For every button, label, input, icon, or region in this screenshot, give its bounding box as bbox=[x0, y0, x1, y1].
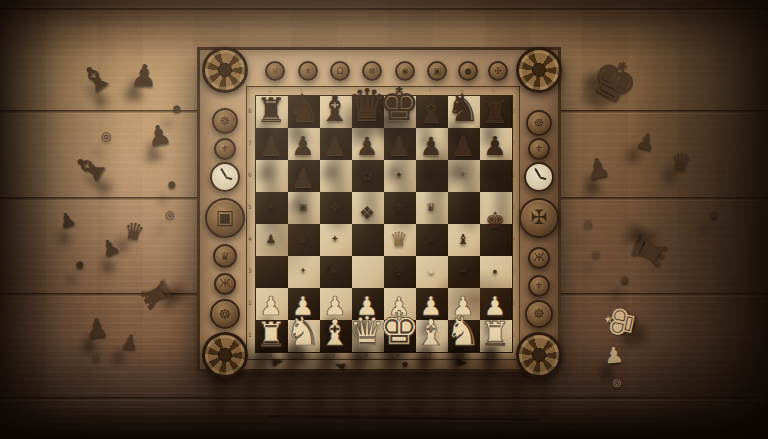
token-pale-bead-f3: ● bbox=[428, 268, 433, 274]
loose-ring: ◎ bbox=[592, 249, 601, 259]
eagle-crest-glyph: ⚜ bbox=[221, 144, 230, 154]
ring-buckle-medallion-glyph: ▣ bbox=[216, 208, 235, 228]
loose-standing-pawn: ♟ bbox=[130, 60, 159, 92]
pocket-clock-emblem bbox=[210, 162, 240, 192]
rosette-dial bbox=[516, 332, 562, 378]
rank-label-8: 8 bbox=[248, 107, 252, 114]
bat-crest-emblem: Ж bbox=[528, 247, 550, 269]
rank-label-2: 2 bbox=[248, 299, 252, 306]
floral-crest-emblem: ⚜ bbox=[528, 275, 550, 297]
plank-seam bbox=[0, 397, 768, 400]
piece-black-knight-g8[interactable]: ♞ bbox=[446, 89, 480, 127]
rank-label-2: 2 bbox=[512, 299, 516, 306]
orb-glyph: ● bbox=[464, 67, 472, 76]
coin-medal-glyph: ☸ bbox=[534, 117, 545, 129]
token-column-ornament-g4: ♝ bbox=[457, 232, 470, 246]
loose-ring: ◎ bbox=[101, 130, 111, 142]
token-cross-token-e3: ✠ bbox=[394, 266, 403, 277]
urn-emblem-glyph: Ω bbox=[337, 67, 344, 76]
rank-label-3: 3 bbox=[248, 267, 252, 274]
loose-cone-piece: ♟ bbox=[145, 120, 174, 151]
piece-white-rook-a1[interactable]: ♜ bbox=[256, 317, 286, 351]
rank-label-7: 7 bbox=[512, 139, 516, 146]
token-star-token-c4: ✦ bbox=[331, 234, 339, 244]
token-floral-token-d6: ✿ bbox=[362, 169, 373, 182]
piece-white-knight-g1[interactable]: ♞ bbox=[445, 311, 481, 351]
token-mini-piece-a4: ♟ bbox=[266, 233, 277, 245]
piece-black-rook-h8[interactable]: ♜ bbox=[481, 95, 510, 127]
wheel-medal-glyph: ☸ bbox=[368, 67, 376, 76]
loose-pawn: ♟ bbox=[120, 331, 141, 353]
crown-pendant-emblem: ♛ bbox=[213, 244, 237, 268]
rank-label-6: 6 bbox=[512, 171, 516, 178]
loose-bead: ● bbox=[76, 260, 84, 269]
winged-crest-emblem: Ж bbox=[214, 273, 236, 295]
floral-crest-glyph: ⚜ bbox=[535, 281, 544, 291]
board-inner-border: ♜♞♝♛♚♝♞♜♟♟♟♟♟♟♟♟♟♟♟♟♟♟♟♟♟♜♞♝♛♚♝♞♜✿✦✧✦▣❖❖… bbox=[246, 86, 520, 360]
token-great-crown-e4: ♛ bbox=[390, 229, 408, 249]
round-medal-glyph: ◉ bbox=[401, 67, 409, 76]
loose-crowned-pawn: ♛ bbox=[669, 149, 694, 176]
piece-black-pawn-f7[interactable]: ♟ bbox=[420, 134, 442, 159]
piece-black-pawn-g7[interactable]: ♟ bbox=[451, 132, 475, 159]
token-pendant-ornament-d5: ❖ bbox=[359, 204, 375, 222]
shield-medallion-glyph: ✠ bbox=[531, 208, 548, 228]
eagle-emblem-glyph: ⚜ bbox=[304, 67, 312, 76]
piece-white-bishop-f1[interactable]: ♝ bbox=[415, 315, 447, 351]
clock-hour-hand bbox=[226, 176, 233, 180]
pocket-clock-emblem bbox=[524, 162, 554, 192]
rank-label-4: 4 bbox=[512, 235, 516, 242]
clock-minute-hand bbox=[220, 168, 227, 178]
chessboard-frame: ☸⚜▣♛Ж☸☸⚜✠Ж⚜☸♕⚜Ω☸◉▣●✠♟♟●♟ ♜♞♝♛♚♝♞♜♟♟♟♟♟♟♟… bbox=[197, 47, 561, 372]
fallen-mini-pawn: ♟ bbox=[456, 357, 469, 369]
rosette-wheel bbox=[202, 332, 248, 378]
rank-label-5: 5 bbox=[512, 203, 516, 210]
piece-black-pawn-c7[interactable]: ♟ bbox=[323, 133, 346, 159]
bead: ● bbox=[402, 361, 408, 368]
token-buckle-token-b5: ▣ bbox=[299, 203, 308, 212]
loose-bead: ● bbox=[621, 275, 629, 284]
loose-bead: ● bbox=[168, 180, 176, 189]
eagle-emblem-emblem: ⚜ bbox=[298, 61, 318, 81]
token-bead-h3: ● bbox=[493, 269, 497, 274]
crest-glyph: ♕ bbox=[271, 67, 279, 76]
floral-crest-glyph: ⚜ bbox=[535, 144, 544, 154]
loose-ring: ◎ bbox=[165, 209, 175, 220]
rank-label-4: 4 bbox=[248, 235, 252, 242]
token-bar-token-g3: ▬ bbox=[459, 267, 467, 275]
piece-black-pawn-a7[interactable]: ♟ bbox=[259, 133, 282, 159]
bat-crest-glyph: Ж bbox=[534, 253, 545, 263]
ring-buckle-medallion-emblem: ▣ bbox=[205, 198, 245, 238]
rank-label-1: 1 bbox=[512, 331, 516, 338]
piece-black-king-e8[interactable]: ♚ bbox=[378, 81, 419, 127]
clock-minute-hand bbox=[534, 168, 541, 178]
fallen-mini-pawn: ♟ bbox=[333, 359, 348, 373]
rank-label-5: 5 bbox=[248, 203, 252, 210]
piece-black-pawn-b6[interactable]: ♟ bbox=[291, 165, 314, 191]
loose-standing-pawn: ♟ bbox=[84, 314, 109, 342]
coin-medal-glyph: ☸ bbox=[219, 307, 232, 321]
loose-ring: ◎ bbox=[92, 353, 101, 363]
piece-white-king-e1[interactable]: ♚ bbox=[378, 305, 419, 351]
token-star-token-b3: ✦ bbox=[300, 267, 307, 275]
piece-layer: ♜♞♝♛♚♝♞♜♟♟♟♟♟♟♟♟♟♟♟♟♟♟♟♟♟♜♞♝♛♚♝♞♜✿✦✧✦▣❖❖… bbox=[255, 95, 511, 351]
loose-bead: ● bbox=[710, 210, 718, 219]
loose-spiral-cone: ♟ bbox=[584, 153, 613, 184]
fallen-mini-pawn: ♟ bbox=[271, 355, 286, 369]
piece-black-bishop-f8[interactable]: ♝ bbox=[416, 93, 446, 127]
floral-crest-emblem: ⚜ bbox=[528, 138, 550, 160]
token-ornate-figure-h5: ♚ bbox=[485, 210, 505, 232]
piece-black-knight-b8[interactable]: ♞ bbox=[286, 89, 320, 127]
coin-medal-glyph: ☸ bbox=[533, 307, 545, 320]
piece-black-pawn-e7[interactable]: ♟ bbox=[387, 133, 410, 159]
rank-label-3: 3 bbox=[512, 267, 516, 274]
loose-light-pawn: ♟ bbox=[603, 344, 625, 368]
square-medal-glyph: ▣ bbox=[433, 67, 441, 76]
piece-white-rook-h1[interactable]: ♜ bbox=[480, 317, 510, 351]
piece-white-bishop-c1[interactable]: ♝ bbox=[319, 315, 351, 351]
piece-black-pawn-d7[interactable]: ♟ bbox=[356, 134, 378, 159]
token-fallen-cone-c3: ▲ bbox=[328, 265, 342, 277]
coin-medal-glyph: ☸ bbox=[220, 115, 231, 127]
coin-medal-emblem: ☸ bbox=[525, 300, 553, 328]
coin-medal-emblem: ☸ bbox=[212, 108, 238, 134]
piece-black-rook-a8[interactable]: ♜ bbox=[256, 93, 286, 127]
loose-bead: ● bbox=[173, 104, 181, 113]
rosette-swirl bbox=[516, 47, 562, 93]
token-star-token-e6: ✦ bbox=[395, 171, 403, 180]
token-crown-token-f5: ♛ bbox=[426, 202, 436, 213]
angular-crest-emblem: ✠ bbox=[488, 61, 508, 81]
rank-label-6: 6 bbox=[248, 171, 252, 178]
token-fleur-token-e5: ⚜ bbox=[393, 200, 406, 214]
scene-vintage-chess-table: ♝♟●◎♟♝●◎♟♛♟●♜♟♟◎♚♟♟♛●◎♜◎●♚♟◎ ☸⚜▣♛Ж☸☸⚜✠Ж⚜… bbox=[0, 0, 768, 439]
rank-label-8: 8 bbox=[512, 107, 516, 114]
coin-medal-emblem: ☸ bbox=[210, 299, 240, 329]
piece-black-pawn-h7[interactable]: ♟ bbox=[483, 133, 506, 159]
square-medal-emblem: ▣ bbox=[427, 61, 447, 81]
token-star-token-a5: ✦ bbox=[267, 203, 275, 212]
plank-seam bbox=[0, 8, 768, 11]
eagle-crest-emblem: ⚜ bbox=[214, 138, 236, 160]
token-star-token-g6: ✧ bbox=[460, 171, 467, 179]
rank-label-7: 7 bbox=[248, 139, 252, 146]
crest-emblem: ♕ bbox=[265, 61, 285, 81]
piece-white-knight-b1[interactable]: ♞ bbox=[285, 311, 321, 351]
clock-hour-hand bbox=[540, 176, 547, 180]
rosette-star bbox=[202, 47, 248, 93]
token-ornate-cluster-c5: ❖ bbox=[328, 200, 341, 215]
token-winged-crown-token-f4: ♛ bbox=[427, 234, 436, 244]
orb-emblem: ● bbox=[458, 61, 478, 81]
crown-pendant-glyph: ♛ bbox=[220, 251, 230, 262]
piece-black-pawn-b7[interactable]: ♟ bbox=[291, 133, 314, 159]
token-crown-token-b4: ♛ bbox=[298, 234, 308, 245]
urn-emblem-emblem: Ω bbox=[330, 61, 350, 81]
loose-ring: ◎ bbox=[613, 378, 622, 388]
loose-crowned-piece: ♛ bbox=[122, 219, 146, 245]
rank-label-1: 1 bbox=[248, 331, 252, 338]
angular-crest-glyph: ✠ bbox=[494, 67, 501, 76]
loose-ring: ◎ bbox=[583, 218, 593, 229]
coin-medal-emblem: ☸ bbox=[526, 110, 552, 136]
shield-medallion-emblem: ✠ bbox=[519, 198, 559, 238]
winged-crest-glyph: Ж bbox=[220, 279, 231, 289]
